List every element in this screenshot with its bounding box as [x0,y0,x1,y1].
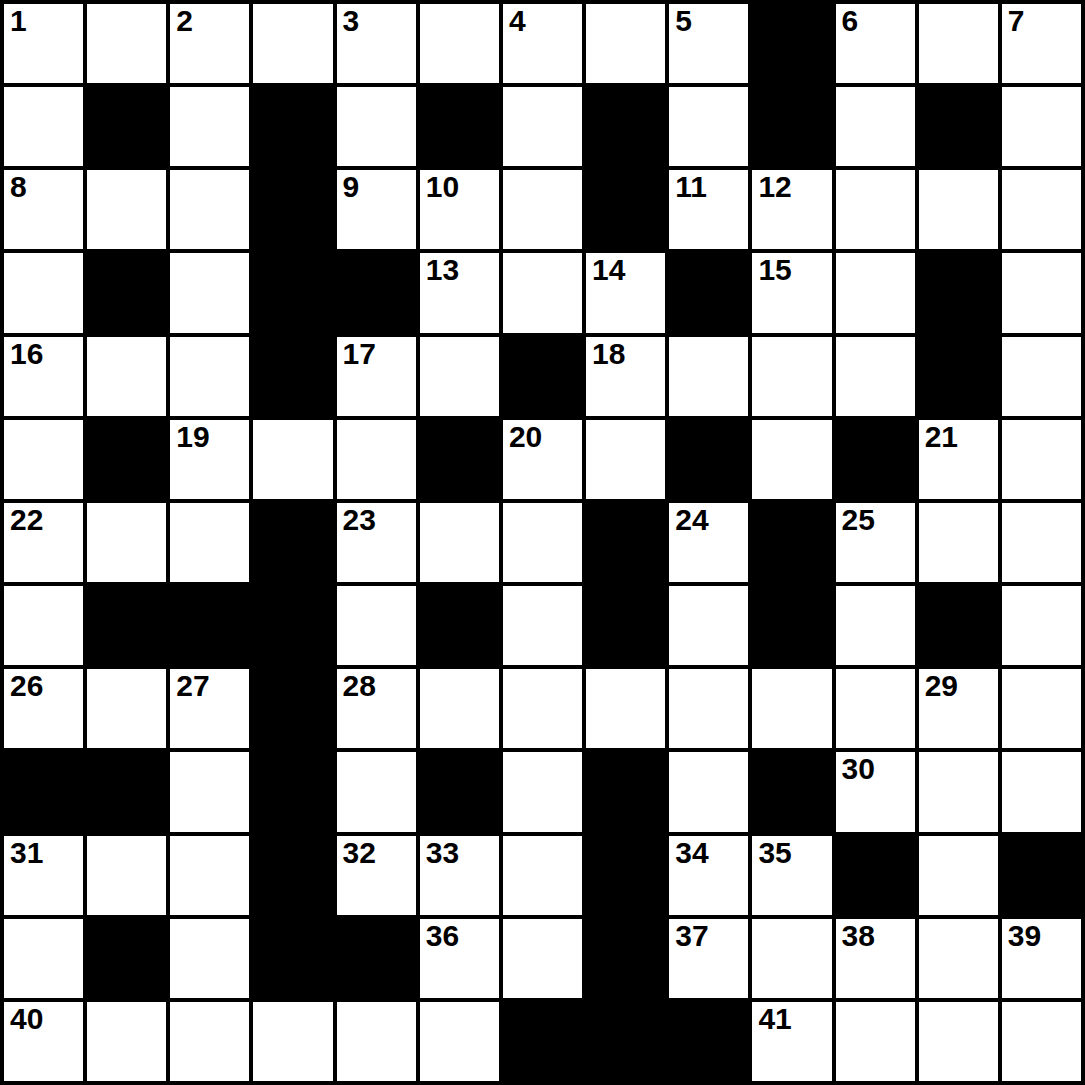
black-cell-r9c4 [253,669,332,748]
white-cell-r3c13[interactable] [1002,170,1081,249]
white-cell-r10c3[interactable] [170,752,249,831]
white-cell-r11c3[interactable] [170,836,249,915]
clue-number-31: 31 [10,837,43,869]
black-cell-r8c8 [586,586,665,665]
white-cell-r11c1[interactable]: 31 [4,836,83,915]
black-cell-r8c12 [919,586,998,665]
black-cell-r2c12 [919,87,998,166]
clue-number-22: 22 [10,504,43,536]
white-cell-r6c13[interactable] [1002,420,1081,499]
white-cell-r12c9[interactable]: 37 [669,919,748,998]
clue-number-36: 36 [426,920,459,952]
clue-number-23: 23 [343,504,376,536]
white-cell-r12c10[interactable] [752,919,831,998]
white-cell-r10c9[interactable] [669,752,748,831]
white-cell-r5c8[interactable]: 18 [586,337,665,416]
white-cell-r9c8[interactable] [586,669,665,748]
white-cell-r3c12[interactable] [919,170,998,249]
clue-number-17: 17 [343,338,376,370]
white-cell-r9c11[interactable] [836,669,915,748]
white-cell-r3c2[interactable] [87,170,166,249]
white-cell-r12c6[interactable]: 36 [420,919,499,998]
white-cell-r4c7[interactable] [503,253,582,332]
white-cell-r4c1[interactable] [4,253,83,332]
white-cell-r12c7[interactable] [503,919,582,998]
clue-number-38: 38 [842,920,875,952]
black-cell-r12c8 [586,919,665,998]
white-cell-r3c3[interactable] [170,170,249,249]
black-cell-r12c5 [337,919,416,998]
white-cell-r2c5[interactable] [337,87,416,166]
black-cell-r7c4 [253,503,332,582]
black-cell-r7c10 [752,503,831,582]
white-cell-r12c12[interactable] [919,919,998,998]
white-cell-r7c7[interactable] [503,503,582,582]
clue-number-39: 39 [1008,920,1041,952]
clue-number-9: 9 [343,171,360,203]
white-cell-r2c7[interactable] [503,87,582,166]
black-cell-r4c4 [253,253,332,332]
black-cell-r7c8 [586,503,665,582]
black-cell-r5c12 [919,337,998,416]
clue-number-33: 33 [426,837,459,869]
clue-number-26: 26 [10,670,43,702]
clue-number-4: 4 [509,5,526,37]
white-cell-r8c1[interactable] [4,586,83,665]
clue-number-19: 19 [176,421,209,453]
white-cell-r10c5[interactable] [337,752,416,831]
white-cell-r3c7[interactable] [503,170,582,249]
black-cell-r5c4 [253,337,332,416]
clue-number-37: 37 [675,920,708,952]
clue-number-1: 1 [10,5,27,37]
black-cell-r1c10 [752,4,831,83]
white-cell-r3c6[interactable]: 10 [420,170,499,249]
white-cell-r12c1[interactable] [4,919,83,998]
white-cell-r10c13[interactable] [1002,752,1081,831]
black-cell-r6c2 [87,420,166,499]
black-cell-r3c4 [253,170,332,249]
clue-number-2: 2 [176,5,193,37]
white-cell-r8c7[interactable] [503,586,582,665]
clue-number-25: 25 [842,504,875,536]
white-cell-r2c1[interactable] [4,87,83,166]
black-cell-r10c4 [253,752,332,831]
black-cell-r2c4 [253,87,332,166]
white-cell-r12c11[interactable]: 38 [836,919,915,998]
clue-number-30: 30 [842,753,875,785]
white-cell-r4c3[interactable] [170,253,249,332]
white-cell-r8c11[interactable] [836,586,915,665]
white-cell-r1c3[interactable]: 2 [170,4,249,83]
white-cell-r3c5[interactable]: 9 [337,170,416,249]
clue-number-14: 14 [592,254,625,286]
black-cell-r6c11 [836,420,915,499]
crossword-board: 1234567891011121314151617181920212223242… [0,0,1085,1085]
clue-number-6: 6 [842,5,859,37]
white-cell-r6c12[interactable]: 21 [919,420,998,499]
black-cell-r11c13 [1002,836,1081,915]
black-cell-r8c10 [752,586,831,665]
black-cell-r4c12 [919,253,998,332]
white-cell-r1c13[interactable]: 7 [1002,4,1081,83]
black-cell-r12c2 [87,919,166,998]
clue-number-40: 40 [10,1003,43,1035]
white-cell-r8c13[interactable] [1002,586,1081,665]
clue-number-10: 10 [426,171,459,203]
white-cell-r1c1[interactable]: 1 [4,4,83,83]
black-cell-r10c10 [752,752,831,831]
white-cell-r11c10[interactable]: 35 [752,836,831,915]
white-cell-r7c11[interactable]: 25 [836,503,915,582]
white-cell-r7c9[interactable]: 24 [669,503,748,582]
white-cell-r13c13[interactable] [1002,1002,1081,1081]
white-cell-r13c4[interactable] [253,1002,332,1081]
white-cell-r11c6[interactable]: 33 [420,836,499,915]
white-cell-r6c8[interactable] [586,420,665,499]
clue-number-21: 21 [925,421,958,453]
white-cell-r7c12[interactable] [919,503,998,582]
clue-number-11: 11 [675,171,707,203]
white-cell-r12c13[interactable]: 39 [1002,919,1081,998]
white-cell-r6c5[interactable] [337,420,416,499]
white-cell-r13c3[interactable] [170,1002,249,1081]
black-cell-r8c4 [253,586,332,665]
white-cell-r11c12[interactable] [919,836,998,915]
clue-number-35: 35 [758,837,791,869]
white-cell-r6c7[interactable]: 20 [503,420,582,499]
white-cell-r4c8[interactable]: 14 [586,253,665,332]
white-cell-r13c5[interactable] [337,1002,416,1081]
white-cell-r13c12[interactable] [919,1002,998,1081]
white-cell-r2c13[interactable] [1002,87,1081,166]
white-cell-r2c9[interactable] [669,87,748,166]
black-cell-r11c11 [836,836,915,915]
white-cell-r8c9[interactable] [669,586,748,665]
black-cell-r10c2 [87,752,166,831]
clue-number-7: 7 [1008,5,1025,37]
white-cell-r1c5[interactable]: 3 [337,4,416,83]
clue-number-34: 34 [675,837,708,869]
white-cell-r3c1[interactable]: 8 [4,170,83,249]
black-cell-r13c9 [669,1002,748,1081]
white-cell-r9c12[interactable]: 29 [919,669,998,748]
clue-number-16: 16 [10,338,43,370]
white-cell-r2c3[interactable] [170,87,249,166]
black-cell-r13c7 [503,1002,582,1081]
black-cell-r12c4 [253,919,332,998]
black-cell-r2c10 [752,87,831,166]
white-cell-r4c6[interactable]: 13 [420,253,499,332]
white-cell-r10c7[interactable] [503,752,582,831]
black-cell-r11c4 [253,836,332,915]
clue-number-28: 28 [343,670,376,702]
black-cell-r3c8 [586,170,665,249]
black-cell-r2c6 [420,87,499,166]
white-cell-r5c5[interactable]: 17 [337,337,416,416]
black-cell-r6c6 [420,420,499,499]
black-cell-r4c2 [87,253,166,332]
clue-number-13: 13 [426,254,459,286]
white-cell-r7c3[interactable] [170,503,249,582]
clue-number-5: 5 [675,5,692,37]
clue-number-18: 18 [592,338,625,370]
black-cell-r5c7 [503,337,582,416]
white-cell-r11c9[interactable]: 34 [669,836,748,915]
clue-number-24: 24 [675,504,708,536]
black-cell-r10c6 [420,752,499,831]
white-cell-r13c11[interactable] [836,1002,915,1081]
white-cell-r9c1[interactable]: 26 [4,669,83,748]
white-cell-r4c13[interactable] [1002,253,1081,332]
black-cell-r4c5 [337,253,416,332]
white-cell-r8c5[interactable] [337,586,416,665]
white-cell-r6c1[interactable] [4,420,83,499]
black-cell-r10c8 [586,752,665,831]
white-cell-r4c10[interactable]: 15 [752,253,831,332]
white-cell-r5c1[interactable]: 16 [4,337,83,416]
white-cell-r6c3[interactable]: 19 [170,420,249,499]
black-cell-r13c8 [586,1002,665,1081]
white-cell-r11c7[interactable] [503,836,582,915]
white-cell-r1c9[interactable]: 5 [669,4,748,83]
clue-number-20: 20 [509,421,542,453]
white-cell-r9c2[interactable] [87,669,166,748]
black-cell-r11c8 [586,836,665,915]
white-cell-r13c6[interactable] [420,1002,499,1081]
white-cell-r11c2[interactable] [87,836,166,915]
black-cell-r6c9 [669,420,748,499]
white-cell-r1c12[interactable] [919,4,998,83]
white-cell-r13c2[interactable] [87,1002,166,1081]
clue-number-27: 27 [176,670,209,702]
white-cell-r5c2[interactable] [87,337,166,416]
white-cell-r7c13[interactable] [1002,503,1081,582]
black-cell-r8c3 [170,586,249,665]
white-cell-r5c6[interactable] [420,337,499,416]
clue-number-8: 8 [10,171,27,203]
white-cell-r1c7[interactable]: 4 [503,4,582,83]
black-cell-r8c6 [420,586,499,665]
white-cell-r7c1[interactable]: 22 [4,503,83,582]
white-cell-r5c13[interactable] [1002,337,1081,416]
white-cell-r9c7[interactable] [503,669,582,748]
white-cell-r10c11[interactable]: 30 [836,752,915,831]
white-cell-r11c5[interactable]: 32 [337,836,416,915]
white-cell-r1c2[interactable] [87,4,166,83]
white-cell-r3c11[interactable] [836,170,915,249]
white-cell-r9c9[interactable] [669,669,748,748]
white-cell-r13c1[interactable]: 40 [4,1002,83,1081]
white-cell-r4c11[interactable] [836,253,915,332]
white-cell-r10c12[interactable] [919,752,998,831]
black-cell-r10c1 [4,752,83,831]
white-cell-r9c10[interactable] [752,669,831,748]
clue-number-41: 41 [758,1003,791,1035]
white-cell-r9c5[interactable]: 28 [337,669,416,748]
black-cell-r2c2 [87,87,166,166]
white-cell-r7c2[interactable] [87,503,166,582]
white-cell-r7c6[interactable] [420,503,499,582]
black-cell-r4c9 [669,253,748,332]
clue-number-32: 32 [343,837,376,869]
white-cell-r9c3[interactable]: 27 [170,669,249,748]
white-cell-r1c6[interactable] [420,4,499,83]
white-cell-r9c6[interactable] [420,669,499,748]
white-cell-r12c3[interactable] [170,919,249,998]
black-cell-r2c8 [586,87,665,166]
white-cell-r5c3[interactable] [170,337,249,416]
clue-number-15: 15 [758,254,791,286]
white-cell-r1c8[interactable] [586,4,665,83]
white-cell-r7c5[interactable]: 23 [337,503,416,582]
white-cell-r13c10[interactable]: 41 [752,1002,831,1081]
white-cell-r6c4[interactable] [253,420,332,499]
white-cell-r3c10[interactable]: 12 [752,170,831,249]
white-cell-r6c10[interactable] [752,420,831,499]
black-cell-r8c2 [87,586,166,665]
clue-number-12: 12 [758,171,791,203]
white-cell-r1c4[interactable] [253,4,332,83]
white-cell-r1c11[interactable]: 6 [836,4,915,83]
white-cell-r3c9[interactable]: 11 [669,170,748,249]
clue-number-29: 29 [925,670,958,702]
clue-number-3: 3 [343,5,360,37]
white-cell-r5c11[interactable] [836,337,915,416]
white-cell-r2c11[interactable] [836,87,915,166]
white-cell-r5c10[interactable] [752,337,831,416]
white-cell-r9c13[interactable] [1002,669,1081,748]
white-cell-r5c9[interactable] [669,337,748,416]
